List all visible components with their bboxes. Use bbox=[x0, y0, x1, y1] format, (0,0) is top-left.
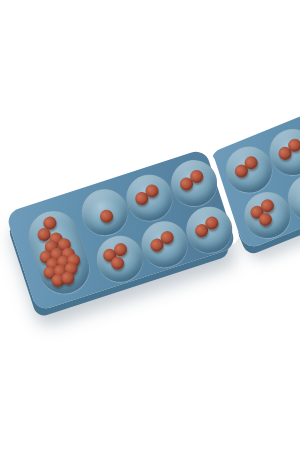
pit-left-near-1[interactable] bbox=[91, 230, 149, 288]
seed bbox=[98, 208, 114, 224]
left-board-half bbox=[5, 148, 237, 312]
pit-left-far-2[interactable] bbox=[120, 169, 178, 227]
pit-left-near-2[interactable] bbox=[136, 215, 194, 273]
pit-left-far-1[interactable] bbox=[76, 183, 134, 241]
mancala-board-photo bbox=[0, 0, 300, 450]
